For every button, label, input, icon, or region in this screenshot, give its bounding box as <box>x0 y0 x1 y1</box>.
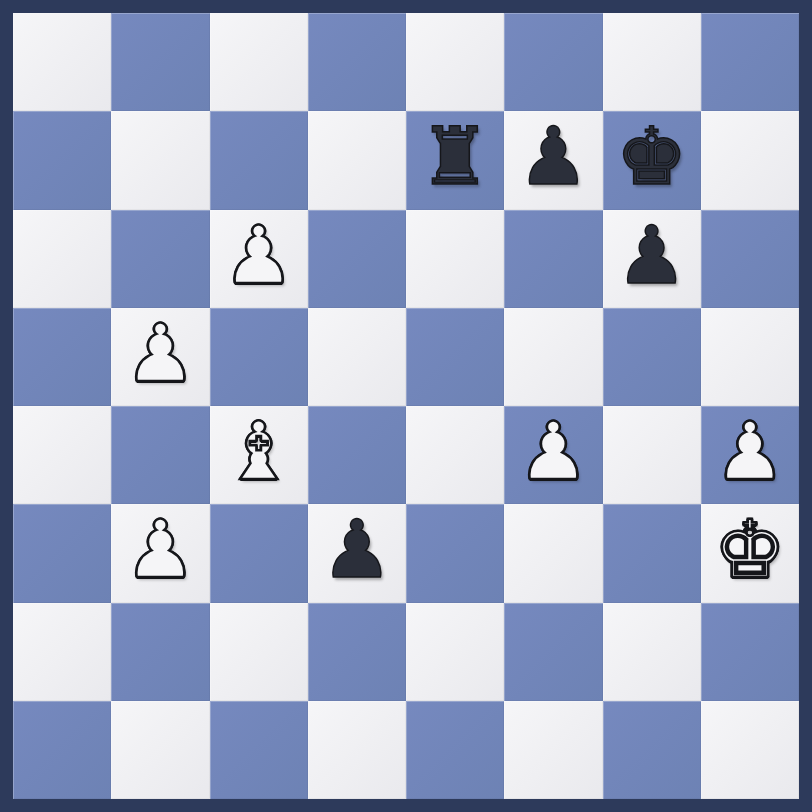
square-d1[interactable] <box>308 701 406 799</box>
square-c8[interactable] <box>210 13 308 111</box>
square-e2[interactable] <box>406 603 504 701</box>
square-c1[interactable] <box>210 701 308 799</box>
piece-black-king[interactable]: ♚ <box>616 117 688 197</box>
chess-board: ♜♟♚♟♟♟♝♟♟♟♟♚ <box>13 13 799 799</box>
square-h2[interactable] <box>701 603 799 701</box>
square-b1[interactable] <box>111 701 209 799</box>
square-a2[interactable] <box>13 603 111 701</box>
square-h3[interactable]: ♚ <box>701 504 799 602</box>
square-d8[interactable] <box>308 13 406 111</box>
square-d4[interactable] <box>308 406 406 504</box>
square-e6[interactable] <box>406 210 504 308</box>
square-d7[interactable] <box>308 111 406 209</box>
square-f7[interactable]: ♟ <box>504 111 602 209</box>
square-b2[interactable] <box>111 603 209 701</box>
square-c4[interactable]: ♝ <box>210 406 308 504</box>
piece-white-pawn[interactable]: ♟ <box>518 412 590 492</box>
piece-white-pawn[interactable]: ♟ <box>125 314 197 394</box>
square-g2[interactable] <box>603 603 701 701</box>
square-g1[interactable] <box>603 701 701 799</box>
square-f2[interactable] <box>504 603 602 701</box>
square-a7[interactable] <box>13 111 111 209</box>
square-a5[interactable] <box>13 308 111 406</box>
piece-white-pawn[interactable]: ♟ <box>125 510 197 590</box>
square-a3[interactable] <box>13 504 111 602</box>
square-h1[interactable] <box>701 701 799 799</box>
square-b7[interactable] <box>111 111 209 209</box>
piece-white-pawn[interactable]: ♟ <box>223 216 295 296</box>
piece-white-king[interactable]: ♚ <box>714 510 786 590</box>
square-h7[interactable] <box>701 111 799 209</box>
square-f8[interactable] <box>504 13 602 111</box>
square-c3[interactable] <box>210 504 308 602</box>
square-c5[interactable] <box>210 308 308 406</box>
square-g3[interactable] <box>603 504 701 602</box>
square-e4[interactable] <box>406 406 504 504</box>
piece-black-pawn[interactable]: ♟ <box>616 216 688 296</box>
piece-black-rook[interactable]: ♜ <box>419 117 491 197</box>
square-g5[interactable] <box>603 308 701 406</box>
square-b8[interactable] <box>111 13 209 111</box>
square-b5[interactable]: ♟ <box>111 308 209 406</box>
square-f6[interactable] <box>504 210 602 308</box>
square-d2[interactable] <box>308 603 406 701</box>
square-g8[interactable] <box>603 13 701 111</box>
square-d5[interactable] <box>308 308 406 406</box>
square-g7[interactable]: ♚ <box>603 111 701 209</box>
square-a8[interactable] <box>13 13 111 111</box>
piece-black-pawn[interactable]: ♟ <box>518 117 590 197</box>
square-e7[interactable]: ♜ <box>406 111 504 209</box>
square-d6[interactable] <box>308 210 406 308</box>
piece-black-pawn[interactable]: ♟ <box>321 510 393 590</box>
square-e8[interactable] <box>406 13 504 111</box>
square-h5[interactable] <box>701 308 799 406</box>
square-f1[interactable] <box>504 701 602 799</box>
square-h8[interactable] <box>701 13 799 111</box>
square-h4[interactable]: ♟ <box>701 406 799 504</box>
square-c7[interactable] <box>210 111 308 209</box>
square-b6[interactable] <box>111 210 209 308</box>
square-e3[interactable] <box>406 504 504 602</box>
square-a6[interactable] <box>13 210 111 308</box>
square-f3[interactable] <box>504 504 602 602</box>
piece-white-pawn[interactable]: ♟ <box>714 412 786 492</box>
square-f5[interactable] <box>504 308 602 406</box>
square-b3[interactable]: ♟ <box>111 504 209 602</box>
square-d3[interactable]: ♟ <box>308 504 406 602</box>
piece-white-bishop[interactable]: ♝ <box>223 412 295 492</box>
square-g6[interactable]: ♟ <box>603 210 701 308</box>
square-a4[interactable] <box>13 406 111 504</box>
square-e1[interactable] <box>406 701 504 799</box>
square-e5[interactable] <box>406 308 504 406</box>
square-a1[interactable] <box>13 701 111 799</box>
square-c6[interactable]: ♟ <box>210 210 308 308</box>
square-g4[interactable] <box>603 406 701 504</box>
square-b4[interactable] <box>111 406 209 504</box>
square-f4[interactable]: ♟ <box>504 406 602 504</box>
square-h6[interactable] <box>701 210 799 308</box>
square-c2[interactable] <box>210 603 308 701</box>
board-frame: ♜♟♚♟♟♟♝♟♟♟♟♚ <box>0 0 812 812</box>
